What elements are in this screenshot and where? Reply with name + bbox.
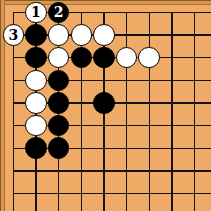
white-stone <box>48 24 70 46</box>
white-stone-move-1: 1 <box>25 2 47 24</box>
white-stone <box>138 47 160 69</box>
black-stone <box>93 92 115 114</box>
move-number-label: 3 <box>8 28 18 42</box>
black-stone <box>25 47 47 69</box>
white-stone-move-3: 3 <box>3 24 25 46</box>
black-stone <box>25 137 47 159</box>
stones-layer: 123 <box>2 1 206 205</box>
white-stone <box>116 47 138 69</box>
white-stone <box>25 92 47 114</box>
black-stone-move-2: 2 <box>48 2 70 24</box>
black-stone <box>48 115 70 137</box>
white-stone <box>71 24 93 46</box>
black-stone <box>48 92 70 114</box>
go-board-diagram: 123 <box>0 0 211 211</box>
black-stone <box>48 137 70 159</box>
white-stone <box>48 47 70 69</box>
white-stone <box>25 115 47 137</box>
black-stone <box>48 70 70 92</box>
move-number-label: 1 <box>31 5 41 19</box>
black-stone <box>71 47 93 69</box>
white-stone <box>25 70 47 92</box>
black-stone <box>25 24 47 46</box>
white-stone <box>93 24 115 46</box>
move-number-label: 2 <box>54 5 64 19</box>
black-stone <box>93 47 115 69</box>
